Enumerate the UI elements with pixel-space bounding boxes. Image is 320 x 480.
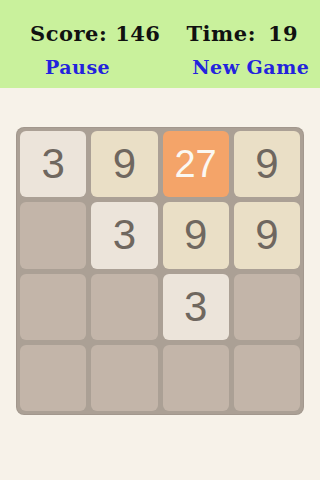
empty-cell-r3c4 xyxy=(234,274,300,340)
header: Score: 146 Time: 19 Pause New Game xyxy=(0,0,320,88)
tile-9-r2c3: 9 xyxy=(163,202,229,268)
empty-cell-r4c3 xyxy=(163,345,229,411)
time-value: 19 xyxy=(268,22,298,46)
empty-cell-r4c4 xyxy=(234,345,300,411)
pause-button[interactable]: Pause xyxy=(45,55,110,79)
tile-27-r1c3: 27 xyxy=(163,131,229,197)
tile-9-r1c4: 9 xyxy=(234,131,300,197)
time-label: Time: xyxy=(186,22,255,46)
empty-cell-r3c2 xyxy=(91,274,157,340)
button-row: Pause New Game xyxy=(0,55,320,79)
game-board[interactable]: 392793993 xyxy=(16,127,304,415)
new-game-button[interactable]: New Game xyxy=(192,55,309,79)
score-time-row: Score: 146 Time: 19 xyxy=(0,0,320,46)
empty-cell-r4c1 xyxy=(20,345,86,411)
tile-3-r2c2: 3 xyxy=(91,202,157,268)
score-label: Score: xyxy=(30,22,107,46)
empty-cell-r3c1 xyxy=(20,274,86,340)
tile-3-r3c3: 3 xyxy=(163,274,229,340)
tile-9-r2c4: 9 xyxy=(234,202,300,268)
app-screen: Score: 146 Time: 19 Pause New Game 39279… xyxy=(0,0,320,480)
empty-cell-r4c2 xyxy=(91,345,157,411)
score-value: 146 xyxy=(115,22,160,46)
tile-9-r1c2: 9 xyxy=(91,131,157,197)
tile-3-r1c1: 3 xyxy=(20,131,86,197)
empty-cell-r2c1 xyxy=(20,202,86,268)
